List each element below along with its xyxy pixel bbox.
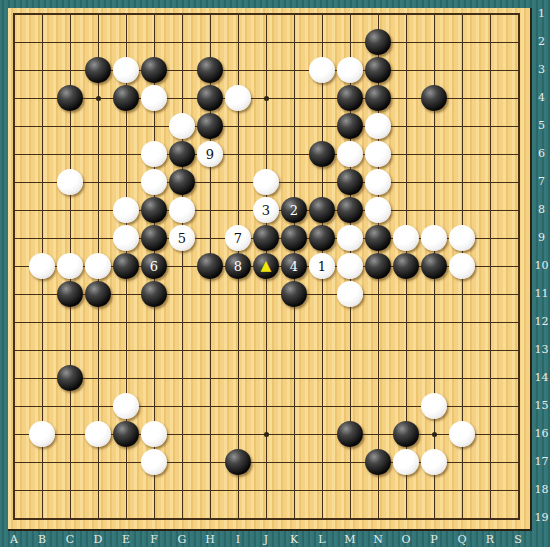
intersection-L4[interactable] [308, 84, 336, 112]
intersection-H14[interactable] [196, 364, 224, 392]
intersection-I1[interactable] [224, 0, 252, 28]
intersection-K11[interactable] [280, 280, 308, 308]
intersection-B15[interactable] [28, 392, 56, 420]
intersection-S7[interactable] [504, 168, 532, 196]
intersection-P8[interactable] [420, 196, 448, 224]
intersection-M12[interactable] [336, 308, 364, 336]
intersection-G19[interactable] [168, 504, 196, 532]
intersection-L16[interactable] [308, 420, 336, 448]
intersection-B13[interactable] [28, 336, 56, 364]
intersection-S19[interactable] [504, 504, 532, 532]
intersection-E16[interactable] [112, 420, 140, 448]
intersection-M19[interactable] [336, 504, 364, 532]
intersection-C15[interactable] [56, 392, 84, 420]
intersection-E17[interactable] [112, 448, 140, 476]
intersection-R14[interactable] [476, 364, 504, 392]
intersection-F3[interactable] [140, 56, 168, 84]
intersection-E11[interactable] [112, 280, 140, 308]
intersection-E18[interactable] [112, 476, 140, 504]
intersection-S17[interactable] [504, 448, 532, 476]
intersection-B2[interactable] [28, 28, 56, 56]
intersection-M14[interactable] [336, 364, 364, 392]
intersection-Q17[interactable] [448, 448, 476, 476]
intersection-O12[interactable] [392, 308, 420, 336]
intersection-P15[interactable] [420, 392, 448, 420]
intersection-D15[interactable] [84, 392, 112, 420]
intersection-D9[interactable] [84, 224, 112, 252]
intersection-G3[interactable] [168, 56, 196, 84]
intersection-R16[interactable] [476, 420, 504, 448]
intersection-D19[interactable] [84, 504, 112, 532]
intersection-B6[interactable] [28, 140, 56, 168]
intersection-K5[interactable] [280, 112, 308, 140]
intersection-B4[interactable] [28, 84, 56, 112]
intersection-D10[interactable] [84, 252, 112, 280]
intersection-B5[interactable] [28, 112, 56, 140]
intersection-K14[interactable] [280, 364, 308, 392]
intersection-R17[interactable] [476, 448, 504, 476]
intersection-G4[interactable] [168, 84, 196, 112]
intersection-I19[interactable] [224, 504, 252, 532]
intersection-N8[interactable] [364, 196, 392, 224]
intersection-O19[interactable] [392, 504, 420, 532]
intersection-R10[interactable] [476, 252, 504, 280]
intersection-G2[interactable] [168, 28, 196, 56]
intersection-M1[interactable] [336, 0, 364, 28]
intersection-J10[interactable]: ▲ [252, 252, 280, 280]
intersection-M8[interactable] [336, 196, 364, 224]
intersection-F19[interactable] [140, 504, 168, 532]
intersection-Q10[interactable] [448, 252, 476, 280]
intersection-O7[interactable] [392, 168, 420, 196]
intersection-J2[interactable] [252, 28, 280, 56]
intersection-N11[interactable] [364, 280, 392, 308]
intersection-D18[interactable] [84, 476, 112, 504]
intersection-E19[interactable] [112, 504, 140, 532]
intersection-R18[interactable] [476, 476, 504, 504]
intersection-D4[interactable] [84, 84, 112, 112]
intersection-H19[interactable] [196, 504, 224, 532]
intersection-O2[interactable] [392, 28, 420, 56]
intersection-I2[interactable] [224, 28, 252, 56]
intersection-C4[interactable] [56, 84, 84, 112]
intersection-N13[interactable] [364, 336, 392, 364]
intersection-O8[interactable] [392, 196, 420, 224]
intersection-L3[interactable] [308, 56, 336, 84]
intersection-A14[interactable] [0, 364, 28, 392]
intersection-R3[interactable] [476, 56, 504, 84]
intersection-O4[interactable] [392, 84, 420, 112]
intersection-O16[interactable] [392, 420, 420, 448]
intersection-E15[interactable] [112, 392, 140, 420]
intersection-M10[interactable] [336, 252, 364, 280]
intersection-E10[interactable] [112, 252, 140, 280]
intersection-Q7[interactable] [448, 168, 476, 196]
intersection-F2[interactable] [140, 28, 168, 56]
intersection-S18[interactable] [504, 476, 532, 504]
intersection-N14[interactable] [364, 364, 392, 392]
intersection-B14[interactable] [28, 364, 56, 392]
intersection-L18[interactable] [308, 476, 336, 504]
intersection-L1[interactable] [308, 0, 336, 28]
intersection-G14[interactable] [168, 364, 196, 392]
intersection-Q6[interactable] [448, 140, 476, 168]
intersection-M17[interactable] [336, 448, 364, 476]
intersection-G5[interactable] [168, 112, 196, 140]
intersection-R19[interactable] [476, 504, 504, 532]
intersection-N18[interactable] [364, 476, 392, 504]
intersection-P9[interactable] [420, 224, 448, 252]
intersection-Q11[interactable] [448, 280, 476, 308]
intersection-F12[interactable] [140, 308, 168, 336]
intersection-M5[interactable] [336, 112, 364, 140]
intersection-R15[interactable] [476, 392, 504, 420]
intersection-L9[interactable] [308, 224, 336, 252]
intersection-B1[interactable] [28, 0, 56, 28]
intersection-E14[interactable] [112, 364, 140, 392]
intersection-A15[interactable] [0, 392, 28, 420]
intersection-B16[interactable] [28, 420, 56, 448]
intersection-N19[interactable] [364, 504, 392, 532]
intersection-C16[interactable] [56, 420, 84, 448]
intersection-Q13[interactable] [448, 336, 476, 364]
intersection-G16[interactable] [168, 420, 196, 448]
intersection-O17[interactable] [392, 448, 420, 476]
intersection-P2[interactable] [420, 28, 448, 56]
intersection-K13[interactable] [280, 336, 308, 364]
intersection-M11[interactable] [336, 280, 364, 308]
intersection-C11[interactable] [56, 280, 84, 308]
intersection-J19[interactable] [252, 504, 280, 532]
intersection-J3[interactable] [252, 56, 280, 84]
intersection-H6[interactable]: 9 [196, 140, 224, 168]
intersection-J8[interactable]: 3 [252, 196, 280, 224]
intersection-M4[interactable] [336, 84, 364, 112]
intersection-B12[interactable] [28, 308, 56, 336]
intersection-R4[interactable] [476, 84, 504, 112]
intersection-J13[interactable] [252, 336, 280, 364]
intersection-P5[interactable] [420, 112, 448, 140]
intersection-E7[interactable] [112, 168, 140, 196]
intersection-G17[interactable] [168, 448, 196, 476]
intersection-G15[interactable] [168, 392, 196, 420]
intersection-P7[interactable] [420, 168, 448, 196]
intersection-E2[interactable] [112, 28, 140, 56]
intersection-K2[interactable] [280, 28, 308, 56]
intersection-S10[interactable] [504, 252, 532, 280]
intersection-J15[interactable] [252, 392, 280, 420]
intersection-N16[interactable] [364, 420, 392, 448]
intersection-F8[interactable] [140, 196, 168, 224]
intersection-K18[interactable] [280, 476, 308, 504]
intersection-S8[interactable] [504, 196, 532, 224]
intersection-L17[interactable] [308, 448, 336, 476]
intersection-E6[interactable] [112, 140, 140, 168]
intersection-B7[interactable] [28, 168, 56, 196]
intersection-F15[interactable] [140, 392, 168, 420]
intersection-L5[interactable] [308, 112, 336, 140]
intersection-A8[interactable] [0, 196, 28, 224]
intersection-S15[interactable] [504, 392, 532, 420]
intersection-J6[interactable] [252, 140, 280, 168]
intersection-H7[interactable] [196, 168, 224, 196]
intersection-I3[interactable] [224, 56, 252, 84]
intersection-A10[interactable] [0, 252, 28, 280]
intersection-S16[interactable] [504, 420, 532, 448]
intersection-P4[interactable] [420, 84, 448, 112]
intersection-H12[interactable] [196, 308, 224, 336]
intersection-D8[interactable] [84, 196, 112, 224]
intersection-I11[interactable] [224, 280, 252, 308]
intersection-I4[interactable] [224, 84, 252, 112]
intersection-B10[interactable] [28, 252, 56, 280]
intersection-L11[interactable] [308, 280, 336, 308]
intersection-A9[interactable] [0, 224, 28, 252]
intersection-A17[interactable] [0, 448, 28, 476]
intersection-S3[interactable] [504, 56, 532, 84]
intersection-A3[interactable] [0, 56, 28, 84]
intersection-K1[interactable] [280, 0, 308, 28]
intersection-A2[interactable] [0, 28, 28, 56]
intersection-A13[interactable] [0, 336, 28, 364]
intersection-H5[interactable] [196, 112, 224, 140]
intersection-G8[interactable] [168, 196, 196, 224]
intersection-E3[interactable] [112, 56, 140, 84]
intersection-Q14[interactable] [448, 364, 476, 392]
intersection-B9[interactable] [28, 224, 56, 252]
intersection-F9[interactable] [140, 224, 168, 252]
intersection-J17[interactable] [252, 448, 280, 476]
intersection-I13[interactable] [224, 336, 252, 364]
intersection-H16[interactable] [196, 420, 224, 448]
intersection-D7[interactable] [84, 168, 112, 196]
intersection-G1[interactable] [168, 0, 196, 28]
intersection-O3[interactable] [392, 56, 420, 84]
intersection-D6[interactable] [84, 140, 112, 168]
intersection-D12[interactable] [84, 308, 112, 336]
intersection-K3[interactable] [280, 56, 308, 84]
intersection-Q3[interactable] [448, 56, 476, 84]
intersection-N2[interactable] [364, 28, 392, 56]
intersection-A4[interactable] [0, 84, 28, 112]
intersection-J1[interactable] [252, 0, 280, 28]
intersection-L7[interactable] [308, 168, 336, 196]
intersection-F14[interactable] [140, 364, 168, 392]
intersection-R6[interactable] [476, 140, 504, 168]
intersection-I18[interactable] [224, 476, 252, 504]
intersection-S6[interactable] [504, 140, 532, 168]
intersection-K16[interactable] [280, 420, 308, 448]
intersection-C5[interactable] [56, 112, 84, 140]
intersection-Q2[interactable] [448, 28, 476, 56]
intersection-O5[interactable] [392, 112, 420, 140]
intersection-H17[interactable] [196, 448, 224, 476]
intersection-M7[interactable] [336, 168, 364, 196]
intersection-O10[interactable] [392, 252, 420, 280]
intersection-I14[interactable] [224, 364, 252, 392]
intersection-C8[interactable] [56, 196, 84, 224]
intersection-J9[interactable] [252, 224, 280, 252]
intersection-E4[interactable] [112, 84, 140, 112]
intersection-N1[interactable] [364, 0, 392, 28]
intersection-S1[interactable] [504, 0, 532, 28]
intersection-J7[interactable] [252, 168, 280, 196]
intersection-K9[interactable] [280, 224, 308, 252]
intersection-N5[interactable] [364, 112, 392, 140]
intersection-A7[interactable] [0, 168, 28, 196]
intersection-F6[interactable] [140, 140, 168, 168]
intersection-S13[interactable] [504, 336, 532, 364]
intersection-B11[interactable] [28, 280, 56, 308]
intersection-P18[interactable] [420, 476, 448, 504]
intersection-C1[interactable] [56, 0, 84, 28]
intersection-L19[interactable] [308, 504, 336, 532]
intersection-A12[interactable] [0, 308, 28, 336]
intersection-O14[interactable] [392, 364, 420, 392]
intersection-K10[interactable]: 4 [280, 252, 308, 280]
intersection-J11[interactable] [252, 280, 280, 308]
intersection-G10[interactable] [168, 252, 196, 280]
intersection-H2[interactable] [196, 28, 224, 56]
intersection-K6[interactable] [280, 140, 308, 168]
intersection-C18[interactable] [56, 476, 84, 504]
intersection-R8[interactable] [476, 196, 504, 224]
intersection-P6[interactable] [420, 140, 448, 168]
intersection-H10[interactable] [196, 252, 224, 280]
intersection-I5[interactable] [224, 112, 252, 140]
intersection-K19[interactable] [280, 504, 308, 532]
intersection-J12[interactable] [252, 308, 280, 336]
intersection-E12[interactable] [112, 308, 140, 336]
intersection-L2[interactable] [308, 28, 336, 56]
intersection-Q15[interactable] [448, 392, 476, 420]
intersection-G11[interactable] [168, 280, 196, 308]
intersection-Q4[interactable] [448, 84, 476, 112]
intersection-S14[interactable] [504, 364, 532, 392]
intersection-O15[interactable] [392, 392, 420, 420]
intersection-D1[interactable] [84, 0, 112, 28]
intersection-G6[interactable] [168, 140, 196, 168]
intersection-E8[interactable] [112, 196, 140, 224]
intersection-B19[interactable] [28, 504, 56, 532]
intersection-F4[interactable] [140, 84, 168, 112]
intersection-K7[interactable] [280, 168, 308, 196]
intersection-A6[interactable] [0, 140, 28, 168]
intersection-P1[interactable] [420, 0, 448, 28]
intersection-J4[interactable] [252, 84, 280, 112]
intersection-K12[interactable] [280, 308, 308, 336]
intersection-I7[interactable] [224, 168, 252, 196]
intersection-Q8[interactable] [448, 196, 476, 224]
intersection-S4[interactable] [504, 84, 532, 112]
intersection-R9[interactable] [476, 224, 504, 252]
intersection-B18[interactable] [28, 476, 56, 504]
intersection-K17[interactable] [280, 448, 308, 476]
intersection-A16[interactable] [0, 420, 28, 448]
intersection-B3[interactable] [28, 56, 56, 84]
intersection-M13[interactable] [336, 336, 364, 364]
intersection-N3[interactable] [364, 56, 392, 84]
intersection-M15[interactable] [336, 392, 364, 420]
intersection-A5[interactable] [0, 112, 28, 140]
intersection-I17[interactable] [224, 448, 252, 476]
intersection-D11[interactable] [84, 280, 112, 308]
intersection-L15[interactable] [308, 392, 336, 420]
intersection-G13[interactable] [168, 336, 196, 364]
intersection-C3[interactable] [56, 56, 84, 84]
intersection-D16[interactable] [84, 420, 112, 448]
intersection-C17[interactable] [56, 448, 84, 476]
intersection-I15[interactable] [224, 392, 252, 420]
intersection-D14[interactable] [84, 364, 112, 392]
intersection-N9[interactable] [364, 224, 392, 252]
intersection-N15[interactable] [364, 392, 392, 420]
intersection-F13[interactable] [140, 336, 168, 364]
intersection-Q9[interactable] [448, 224, 476, 252]
intersection-F11[interactable] [140, 280, 168, 308]
intersection-E1[interactable] [112, 0, 140, 28]
intersection-L6[interactable] [308, 140, 336, 168]
intersection-J5[interactable] [252, 112, 280, 140]
intersection-D13[interactable] [84, 336, 112, 364]
intersection-O6[interactable] [392, 140, 420, 168]
intersection-C2[interactable] [56, 28, 84, 56]
intersection-N10[interactable] [364, 252, 392, 280]
intersection-G18[interactable] [168, 476, 196, 504]
intersection-D2[interactable] [84, 28, 112, 56]
intersection-C6[interactable] [56, 140, 84, 168]
intersection-I9[interactable]: 7 [224, 224, 252, 252]
intersection-A11[interactable] [0, 280, 28, 308]
intersection-N12[interactable] [364, 308, 392, 336]
intersection-Q19[interactable] [448, 504, 476, 532]
intersection-R1[interactable] [476, 0, 504, 28]
intersection-F18[interactable] [140, 476, 168, 504]
intersection-H9[interactable] [196, 224, 224, 252]
intersection-Q5[interactable] [448, 112, 476, 140]
intersection-R11[interactable] [476, 280, 504, 308]
intersection-C9[interactable] [56, 224, 84, 252]
intersection-J18[interactable] [252, 476, 280, 504]
intersection-A19[interactable] [0, 504, 28, 532]
intersection-F10[interactable]: 6 [140, 252, 168, 280]
intersection-S2[interactable] [504, 28, 532, 56]
intersection-R2[interactable] [476, 28, 504, 56]
intersection-S11[interactable] [504, 280, 532, 308]
intersection-P19[interactable] [420, 504, 448, 532]
intersection-L14[interactable] [308, 364, 336, 392]
intersection-F16[interactable] [140, 420, 168, 448]
intersection-K8[interactable]: 2 [280, 196, 308, 224]
intersection-K4[interactable] [280, 84, 308, 112]
intersection-L10[interactable]: 1 [308, 252, 336, 280]
intersection-I16[interactable] [224, 420, 252, 448]
intersection-F17[interactable] [140, 448, 168, 476]
intersection-K15[interactable] [280, 392, 308, 420]
intersection-B8[interactable] [28, 196, 56, 224]
intersection-O9[interactable] [392, 224, 420, 252]
intersection-M6[interactable] [336, 140, 364, 168]
intersection-L13[interactable] [308, 336, 336, 364]
intersection-Q18[interactable] [448, 476, 476, 504]
intersection-A18[interactable] [0, 476, 28, 504]
intersection-I6[interactable] [224, 140, 252, 168]
intersection-F5[interactable] [140, 112, 168, 140]
intersection-F1[interactable] [140, 0, 168, 28]
intersection-C14[interactable] [56, 364, 84, 392]
intersection-P11[interactable] [420, 280, 448, 308]
intersection-C13[interactable] [56, 336, 84, 364]
